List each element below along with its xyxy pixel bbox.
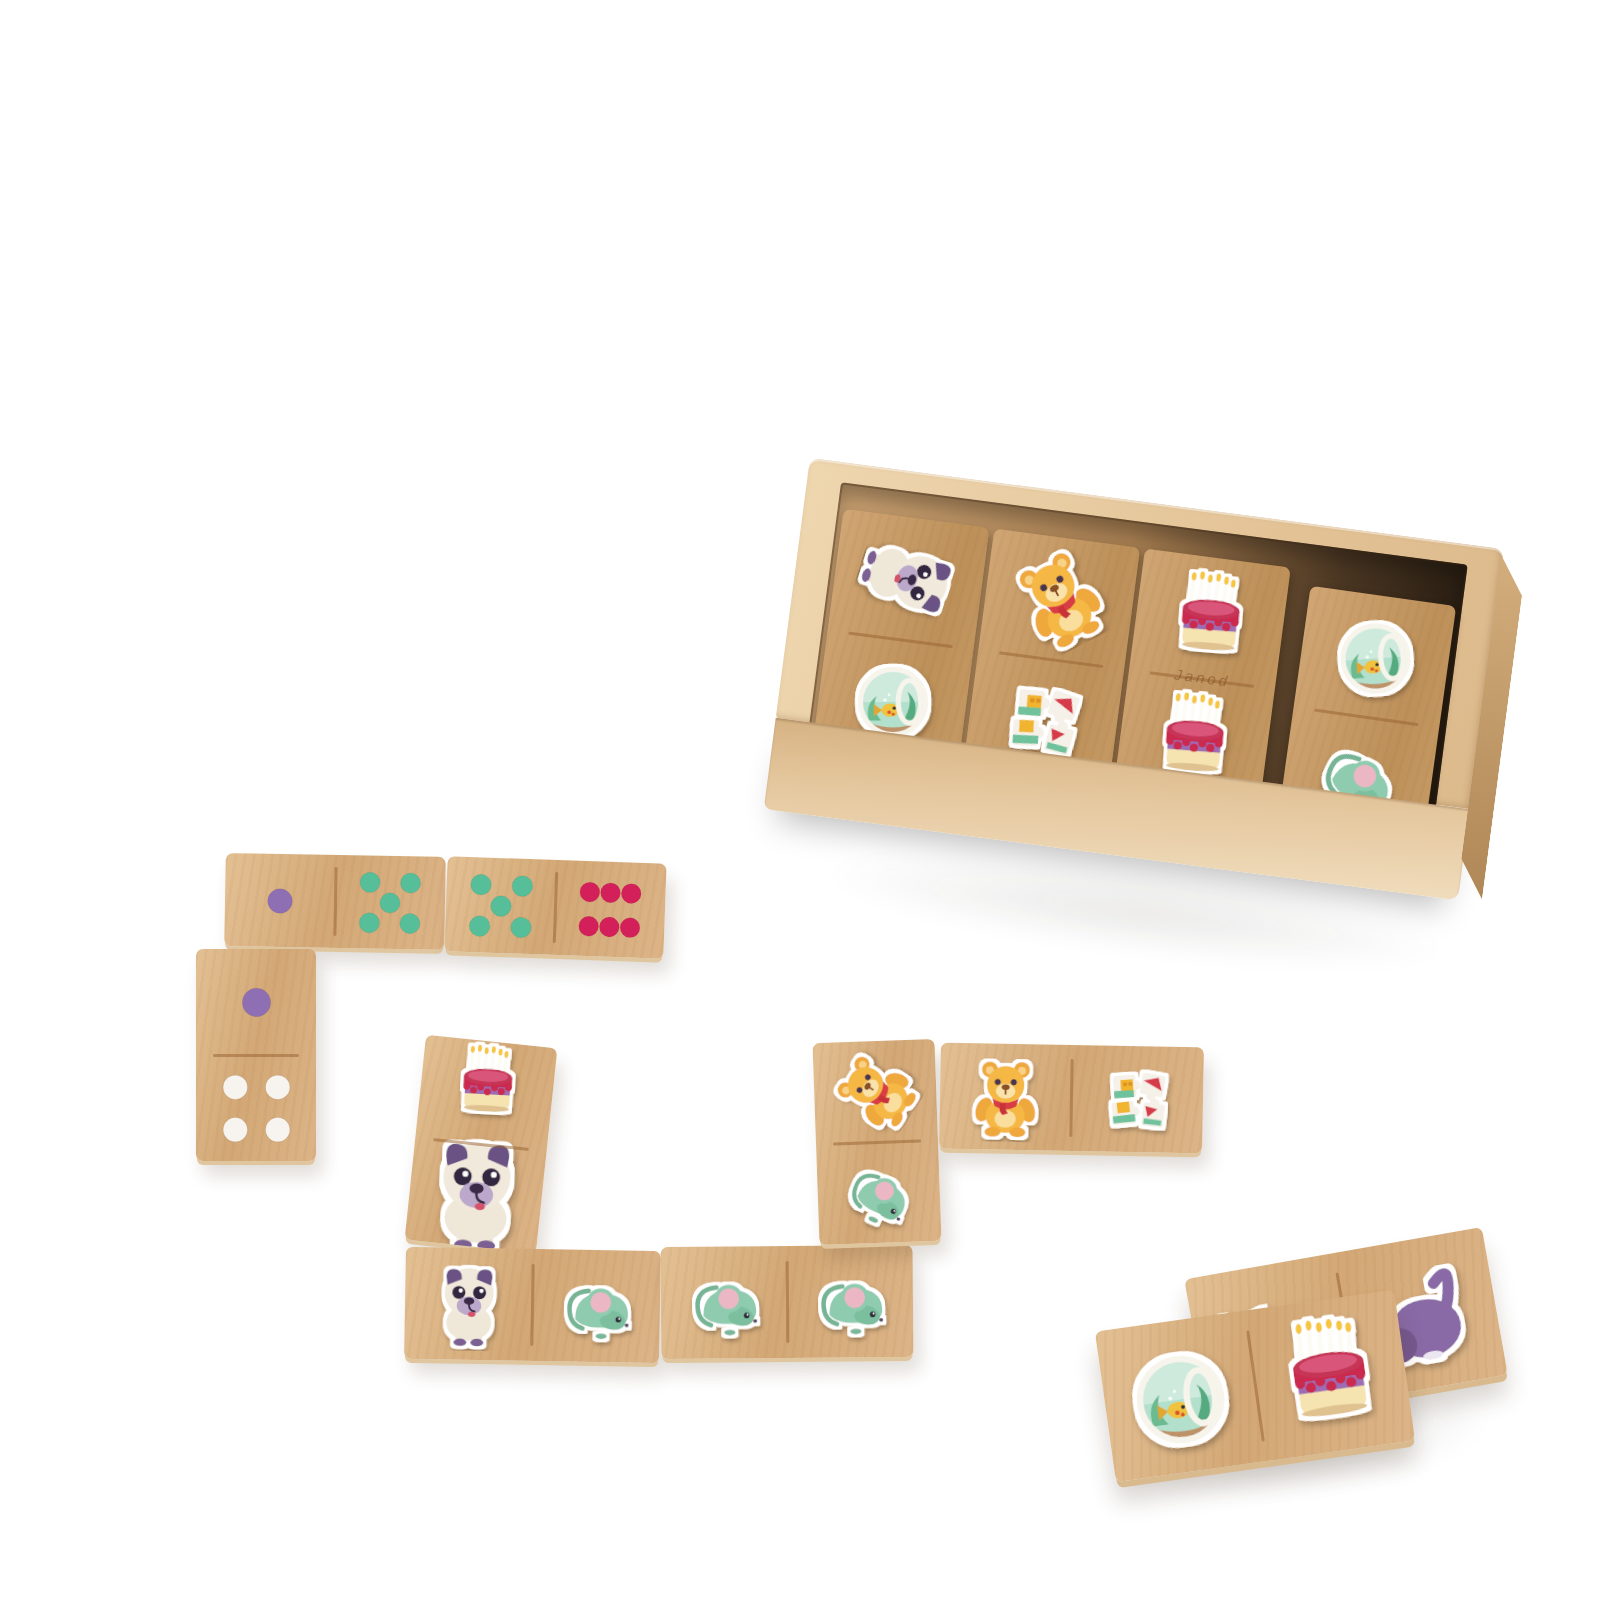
birthday-cake-icon [442, 1039, 533, 1130]
icon-wrap [677, 1255, 772, 1350]
tile-half-2 [532, 1249, 661, 1363]
tile-half-1 [978, 529, 1140, 669]
tile-divider [213, 1054, 299, 1057]
teddy-bear-icon [816, 1039, 934, 1150]
pips-4-white [206, 1058, 307, 1159]
tile-half-1 [404, 1247, 533, 1361]
wooden-box[interactable]: Janod [764, 458, 1504, 900]
icon-wrap [442, 1039, 533, 1130]
pips-5-green [454, 859, 547, 952]
icon-wrap [803, 1254, 898, 1349]
icon-wrap [1109, 1325, 1252, 1468]
icon-wrap [564, 863, 657, 956]
icon-wrap [1092, 1054, 1183, 1145]
birthday-cake-icon [1155, 564, 1265, 674]
pips-1-purple [206, 952, 307, 1053]
icon-wrap [1155, 564, 1265, 674]
tile-half-2 [196, 1055, 316, 1161]
mouse-icon [823, 1137, 934, 1245]
tile-half-2 [1071, 1045, 1204, 1153]
tile-half-1 [1294, 586, 1457, 727]
teddy-bear-icon [990, 530, 1128, 668]
icon-wrap [454, 859, 547, 952]
tile-half-1 [444, 856, 557, 955]
icon-wrap [845, 515, 973, 643]
pips-6-red [564, 863, 657, 956]
icon-wrap [990, 530, 1128, 668]
tile-half-1 [828, 509, 990, 649]
tile-half-1 [1095, 1311, 1266, 1483]
icon-wrap [960, 1052, 1051, 1143]
tile-half-1 [417, 1035, 557, 1135]
puzzle-icon [1092, 1054, 1183, 1145]
icon-wrap [206, 1058, 307, 1159]
tile-half-2 [816, 1140, 941, 1245]
icon-wrap [345, 858, 435, 948]
tile-half-1 [196, 949, 316, 1055]
domino-pug-mouse[interactable] [404, 1247, 661, 1363]
domino-1purple-5green[interactable] [224, 853, 446, 950]
icon-wrap [816, 1039, 934, 1150]
domino-cake-pug[interactable] [405, 1035, 558, 1254]
domino-teddy-puzzle[interactable] [939, 1043, 1204, 1154]
icon-wrap [421, 1256, 517, 1352]
pug-icon [845, 515, 973, 643]
mouse-icon [677, 1255, 772, 1350]
pips-5-green [345, 858, 435, 948]
pug-icon [421, 1256, 517, 1352]
mouse-icon [803, 1254, 898, 1349]
domino-1purple-4white[interactable] [196, 949, 316, 1161]
pips-1-purple [235, 856, 325, 946]
tile-half-2 [405, 1121, 549, 1253]
tile-half-2 [1244, 1290, 1415, 1462]
domino-5green-6red[interactable] [444, 856, 666, 959]
domino-teddy-mouse[interactable] [813, 1039, 942, 1245]
icon-wrap [1321, 602, 1430, 711]
mouse-icon [548, 1258, 644, 1354]
tile-half-1 [813, 1039, 938, 1144]
icon-wrap [206, 952, 307, 1053]
tile-half-2 [334, 855, 446, 950]
tile-half-1 [224, 853, 336, 948]
teddy-bear-icon [960, 1052, 1051, 1143]
icon-wrap [1258, 1304, 1401, 1447]
domino-mouse-mouse[interactable] [661, 1245, 914, 1359]
tile-half-1 [661, 1246, 788, 1359]
tile-half-1 [939, 1043, 1072, 1151]
fishbowl-icon [1109, 1325, 1252, 1468]
birthday-cake-icon [1258, 1304, 1401, 1447]
icon-wrap [823, 1137, 934, 1245]
scene: Janod [0, 0, 1600, 1600]
tile-half-2 [554, 860, 667, 959]
icon-wrap [235, 856, 325, 946]
icon-wrap [548, 1258, 644, 1354]
fishbowl-icon [1321, 602, 1430, 711]
tile-half-2 [787, 1245, 914, 1358]
